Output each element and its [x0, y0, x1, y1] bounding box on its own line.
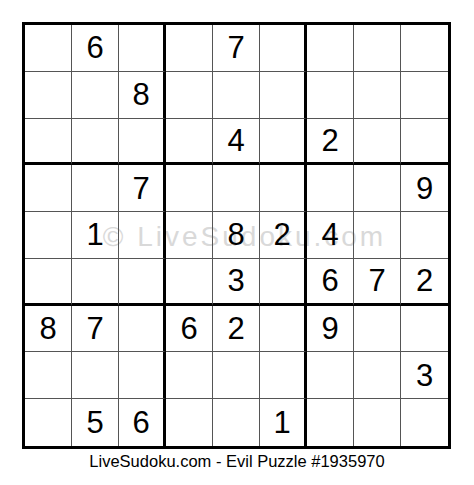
cell-r9c1[interactable] — [25, 399, 72, 446]
cell-r3c4[interactable] — [166, 119, 213, 166]
cell-r9c7[interactable] — [307, 399, 354, 446]
cell-r2c6[interactable] — [260, 72, 307, 119]
cell-r6c2[interactable] — [72, 259, 119, 306]
cell-r1c7[interactable] — [307, 25, 354, 72]
cell-r5c4[interactable] — [166, 212, 213, 259]
cell-r6c3[interactable] — [119, 259, 166, 306]
cell-r3c2[interactable] — [72, 119, 119, 166]
cell-r2c2[interactable] — [72, 72, 119, 119]
cell-r5c2[interactable]: 1 — [72, 212, 119, 259]
cell-r5c5[interactable]: 8 — [213, 212, 260, 259]
cell-r5c7[interactable]: 4 — [307, 212, 354, 259]
cell-r6c4[interactable] — [166, 259, 213, 306]
cell-r8c8[interactable] — [354, 352, 401, 399]
cell-r5c8[interactable] — [354, 212, 401, 259]
cell-r3c9[interactable] — [401, 119, 448, 166]
cell-r2c5[interactable] — [213, 72, 260, 119]
cell-r5c6[interactable]: 2 — [260, 212, 307, 259]
cell-r7c7[interactable]: 9 — [307, 306, 354, 353]
cell-r4c5[interactable] — [213, 165, 260, 212]
cell-r2c9[interactable] — [401, 72, 448, 119]
cell-r9c2[interactable]: 5 — [72, 399, 119, 446]
cell-r1c6[interactable] — [260, 25, 307, 72]
cell-r4c8[interactable] — [354, 165, 401, 212]
cell-r1c5[interactable]: 7 — [213, 25, 260, 72]
cell-r2c7[interactable] — [307, 72, 354, 119]
cell-r3c7[interactable]: 2 — [307, 119, 354, 166]
cell-r4c1[interactable] — [25, 165, 72, 212]
cell-r9c4[interactable] — [166, 399, 213, 446]
cell-r7c3[interactable] — [119, 306, 166, 353]
cell-r8c9[interactable]: 3 — [401, 352, 448, 399]
cell-r9c9[interactable] — [401, 399, 448, 446]
footer-caption: LiveSudoku.com - Evil Puzzle #1935970 — [0, 452, 474, 471]
cell-r9c8[interactable] — [354, 399, 401, 446]
cell-r5c9[interactable] — [401, 212, 448, 259]
cell-r7c4[interactable]: 6 — [166, 306, 213, 353]
cell-r7c5[interactable]: 2 — [213, 306, 260, 353]
cell-r8c6[interactable] — [260, 352, 307, 399]
cell-r8c2[interactable] — [72, 352, 119, 399]
cell-r2c3[interactable]: 8 — [119, 72, 166, 119]
cell-r4c7[interactable] — [307, 165, 354, 212]
cell-r9c3[interactable]: 6 — [119, 399, 166, 446]
cell-r3c5[interactable]: 4 — [213, 119, 260, 166]
cell-r8c5[interactable] — [213, 352, 260, 399]
cell-r9c5[interactable] — [213, 399, 260, 446]
cell-r6c7[interactable]: 6 — [307, 259, 354, 306]
cell-r7c9[interactable] — [401, 306, 448, 353]
cell-r6c8[interactable]: 7 — [354, 259, 401, 306]
cell-r3c6[interactable] — [260, 119, 307, 166]
cell-r5c1[interactable] — [25, 212, 72, 259]
cell-r8c7[interactable] — [307, 352, 354, 399]
cell-r7c1[interactable]: 8 — [25, 306, 72, 353]
cell-r1c3[interactable] — [119, 25, 166, 72]
cell-r8c4[interactable] — [166, 352, 213, 399]
cell-r8c1[interactable] — [25, 352, 72, 399]
cell-r8c3[interactable] — [119, 352, 166, 399]
cell-r1c8[interactable] — [354, 25, 401, 72]
cell-r1c9[interactable] — [401, 25, 448, 72]
cell-r6c5[interactable]: 3 — [213, 259, 260, 306]
cell-r4c3[interactable]: 7 — [119, 165, 166, 212]
cell-r7c2[interactable]: 7 — [72, 306, 119, 353]
cell-r4c4[interactable] — [166, 165, 213, 212]
cell-r4c9[interactable]: 9 — [401, 165, 448, 212]
cell-r5c3[interactable] — [119, 212, 166, 259]
cell-r3c1[interactable] — [25, 119, 72, 166]
cell-r4c2[interactable] — [72, 165, 119, 212]
sudoku-page: © LiveSudoku.com 67842791824367287629356… — [0, 0, 474, 485]
cell-r6c1[interactable] — [25, 259, 72, 306]
cell-r6c9[interactable]: 2 — [401, 259, 448, 306]
cell-r2c4[interactable] — [166, 72, 213, 119]
cell-r2c1[interactable] — [25, 72, 72, 119]
cell-r9c6[interactable]: 1 — [260, 399, 307, 446]
cell-r1c2[interactable]: 6 — [72, 25, 119, 72]
cell-r4c6[interactable] — [260, 165, 307, 212]
cell-r2c8[interactable] — [354, 72, 401, 119]
sudoku-board: © LiveSudoku.com 67842791824367287629356… — [22, 22, 451, 449]
cell-r1c4[interactable] — [166, 25, 213, 72]
cell-r6c6[interactable] — [260, 259, 307, 306]
cell-r3c3[interactable] — [119, 119, 166, 166]
cell-r1c1[interactable] — [25, 25, 72, 72]
cell-r7c6[interactable] — [260, 306, 307, 353]
cell-r3c8[interactable] — [354, 119, 401, 166]
cell-r7c8[interactable] — [354, 306, 401, 353]
